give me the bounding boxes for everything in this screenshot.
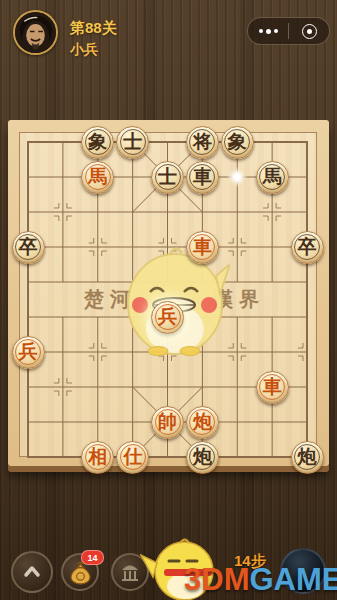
piece-black-advisor[interactable]: 士 bbox=[151, 161, 184, 194]
piece-red-cannon[interactable]: 炮 bbox=[186, 406, 219, 439]
player-name: 小兵 bbox=[70, 41, 98, 59]
level-label: 第88关 bbox=[70, 19, 117, 38]
hint-badge: 14 bbox=[81, 550, 104, 565]
dot-icon bbox=[266, 29, 271, 34]
watermark: 3DMGAME bbox=[184, 562, 337, 598]
collapse-button[interactable] bbox=[11, 551, 53, 593]
more-button[interactable] bbox=[248, 18, 288, 44]
piece-black-cannon[interactable]: 炮 bbox=[291, 441, 324, 474]
circle-dot-icon bbox=[302, 24, 317, 39]
piece-red-soldier[interactable]: 兵 bbox=[12, 336, 45, 369]
piece-black-elephant[interactable]: 象 bbox=[81, 126, 114, 159]
avatar bbox=[13, 10, 58, 55]
piece-black-elephant[interactable]: 象 bbox=[221, 126, 254, 159]
bottom-bar: 14 14步 3DMGAME bbox=[0, 540, 337, 600]
game-screen: 第88关 小兵 楚河 漢界 bbox=[0, 0, 337, 600]
piece-red-horse[interactable]: 馬 bbox=[81, 161, 114, 194]
dot-icon bbox=[274, 29, 278, 33]
piece-red-elephant[interactable]: 相 bbox=[81, 441, 114, 474]
top-bar: 第88关 小兵 bbox=[0, 0, 337, 62]
watermark-game: GAME bbox=[249, 562, 337, 597]
pieces-layer: 象士将象馬士車馬卒車卒兵兵車帥炮相仕炮炮 bbox=[8, 120, 329, 466]
chevron-up-icon bbox=[20, 560, 44, 584]
piece-black-chariot[interactable]: 車 bbox=[186, 161, 219, 194]
hint-bag-button[interactable]: 14 bbox=[61, 553, 99, 591]
piece-red-chariot[interactable]: 車 bbox=[256, 371, 289, 404]
wechat-capsule bbox=[247, 17, 330, 45]
exit-button[interactable] bbox=[289, 18, 329, 44]
piece-red-general[interactable]: 帥 bbox=[151, 406, 184, 439]
watermark-3dm: 3DM bbox=[184, 562, 249, 597]
piece-black-soldier[interactable]: 卒 bbox=[291, 231, 324, 264]
pavilion-icon bbox=[118, 560, 142, 584]
piece-red-soldier[interactable]: 兵 bbox=[151, 301, 184, 334]
piece-red-chariot[interactable]: 車 bbox=[186, 231, 219, 264]
piece-black-soldier[interactable]: 卒 bbox=[12, 231, 45, 264]
avatar-portrait bbox=[15, 12, 56, 53]
piece-black-general[interactable]: 将 bbox=[186, 126, 219, 159]
xiangqi-board[interactable]: 楚河 漢界 象士将象馬士車馬卒車卒兵兵車帥炮相仕炮炮 bbox=[8, 120, 329, 466]
piece-black-horse[interactable]: 馬 bbox=[256, 161, 289, 194]
piece-black-cannon[interactable]: 炮 bbox=[186, 441, 219, 474]
piece-black-advisor[interactable]: 士 bbox=[116, 126, 149, 159]
dot-icon bbox=[259, 29, 263, 33]
piece-red-advisor[interactable]: 仕 bbox=[116, 441, 149, 474]
